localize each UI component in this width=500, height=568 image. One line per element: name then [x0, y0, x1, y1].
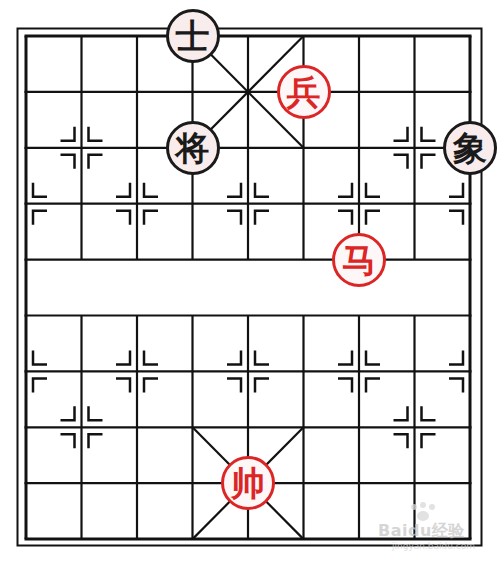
red-soldier-glyph: 兵 — [287, 75, 321, 109]
black-general-glyph: 将 — [176, 131, 210, 165]
page: Baidu经验 jingyan.baidu.com 士兵将象马帅 — [0, 0, 500, 568]
red-horse-glyph: 马 — [342, 243, 376, 277]
piece-black-advisor[interactable]: 士 — [166, 9, 220, 63]
piece-red-horse[interactable]: 马 — [332, 233, 386, 287]
black-elephant-glyph: 象 — [453, 131, 487, 165]
black-advisor-glyph: 士 — [176, 19, 210, 53]
piece-black-elephant[interactable]: 象 — [443, 121, 497, 175]
piece-red-general[interactable]: 帅 — [221, 456, 275, 510]
piece-black-general[interactable]: 将 — [166, 121, 220, 175]
red-general-glyph: 帅 — [231, 466, 265, 500]
piece-red-soldier[interactable]: 兵 — [277, 65, 331, 119]
